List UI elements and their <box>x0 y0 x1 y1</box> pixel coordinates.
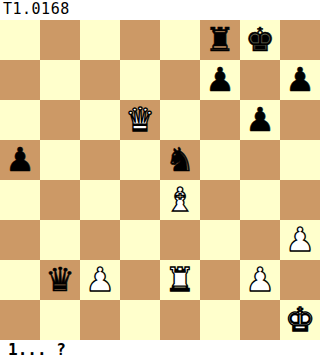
move-prompt: 1... ? <box>0 340 320 360</box>
square-f1[interactable] <box>200 300 240 340</box>
square-h6[interactable] <box>280 100 320 140</box>
square-g3[interactable] <box>240 220 280 260</box>
square-d1[interactable] <box>120 300 160 340</box>
square-a3[interactable] <box>0 220 40 260</box>
square-e8[interactable] <box>160 20 200 60</box>
square-a4[interactable] <box>0 180 40 220</box>
square-b8[interactable] <box>40 20 80 60</box>
square-e6[interactable] <box>160 100 200 140</box>
square-g6[interactable]: ♟ <box>240 100 280 140</box>
square-a2[interactable] <box>0 260 40 300</box>
black-pawn[interactable]: ♟ <box>245 100 275 140</box>
black-knight[interactable]: ♞ <box>165 140 195 180</box>
square-f6[interactable] <box>200 100 240 140</box>
square-h8[interactable] <box>280 20 320 60</box>
square-h5[interactable] <box>280 140 320 180</box>
square-e7[interactable] <box>160 60 200 100</box>
square-h4[interactable] <box>280 180 320 220</box>
square-g2[interactable]: ♟ <box>240 260 280 300</box>
puzzle-id: T1.0168 <box>0 0 320 20</box>
square-c7[interactable] <box>80 60 120 100</box>
square-b5[interactable] <box>40 140 80 180</box>
square-e4[interactable]: ♝ <box>160 180 200 220</box>
square-g1[interactable] <box>240 300 280 340</box>
square-d7[interactable] <box>120 60 160 100</box>
square-a8[interactable] <box>0 20 40 60</box>
square-c1[interactable] <box>80 300 120 340</box>
square-h1[interactable]: ♚ <box>280 300 320 340</box>
square-c8[interactable] <box>80 20 120 60</box>
square-c4[interactable] <box>80 180 120 220</box>
square-d8[interactable] <box>120 20 160 60</box>
square-f3[interactable] <box>200 220 240 260</box>
white-pawn[interactable]: ♟ <box>85 260 115 300</box>
black-pawn[interactable]: ♟ <box>205 60 235 100</box>
square-a6[interactable] <box>0 100 40 140</box>
square-f2[interactable] <box>200 260 240 300</box>
square-c6[interactable] <box>80 100 120 140</box>
chess-board: ♜♚♟♟♛♟♟♞♝♟♛♟♜♟♚ <box>0 20 320 340</box>
puzzle-window: T1.0168 ♜♚♟♟♛♟♟♞♝♟♛♟♜♟♚ 1... ? <box>0 0 320 360</box>
white-bishop[interactable]: ♝ <box>165 180 195 220</box>
white-king[interactable]: ♚ <box>285 300 315 340</box>
square-f7[interactable]: ♟ <box>200 60 240 100</box>
square-e2[interactable]: ♜ <box>160 260 200 300</box>
square-g8[interactable]: ♚ <box>240 20 280 60</box>
square-c5[interactable] <box>80 140 120 180</box>
white-pawn[interactable]: ♟ <box>245 260 275 300</box>
square-a7[interactable] <box>0 60 40 100</box>
black-queen[interactable]: ♛ <box>45 260 75 300</box>
square-b3[interactable] <box>40 220 80 260</box>
square-f8[interactable]: ♜ <box>200 20 240 60</box>
square-e3[interactable] <box>160 220 200 260</box>
white-pawn[interactable]: ♟ <box>285 220 315 260</box>
black-pawn[interactable]: ♟ <box>285 60 315 100</box>
square-d6[interactable]: ♛ <box>120 100 160 140</box>
black-king[interactable]: ♚ <box>245 20 275 60</box>
square-h7[interactable]: ♟ <box>280 60 320 100</box>
square-h2[interactable] <box>280 260 320 300</box>
square-g5[interactable] <box>240 140 280 180</box>
black-rook[interactable]: ♜ <box>205 20 235 60</box>
square-c3[interactable] <box>80 220 120 260</box>
square-d2[interactable] <box>120 260 160 300</box>
black-pawn[interactable]: ♟ <box>5 140 35 180</box>
white-rook[interactable]: ♜ <box>165 260 195 300</box>
square-f5[interactable] <box>200 140 240 180</box>
square-a1[interactable] <box>0 300 40 340</box>
square-g7[interactable] <box>240 60 280 100</box>
white-queen[interactable]: ♛ <box>125 100 155 140</box>
square-a5[interactable]: ♟ <box>0 140 40 180</box>
square-f4[interactable] <box>200 180 240 220</box>
square-e1[interactable] <box>160 300 200 340</box>
square-b4[interactable] <box>40 180 80 220</box>
square-d5[interactable] <box>120 140 160 180</box>
square-d3[interactable] <box>120 220 160 260</box>
square-g4[interactable] <box>240 180 280 220</box>
square-b1[interactable] <box>40 300 80 340</box>
square-b7[interactable] <box>40 60 80 100</box>
square-h3[interactable]: ♟ <box>280 220 320 260</box>
square-d4[interactable] <box>120 180 160 220</box>
square-b6[interactable] <box>40 100 80 140</box>
square-c2[interactable]: ♟ <box>80 260 120 300</box>
square-b2[interactable]: ♛ <box>40 260 80 300</box>
square-e5[interactable]: ♞ <box>160 140 200 180</box>
